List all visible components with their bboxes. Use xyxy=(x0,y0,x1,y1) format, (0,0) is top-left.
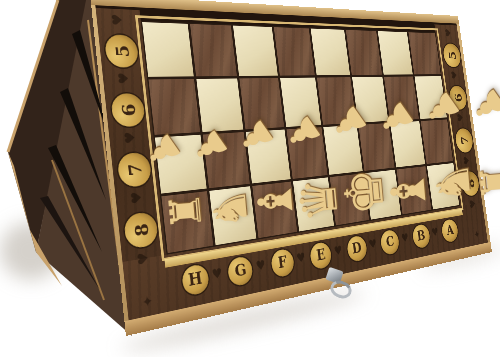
product-photo-chess-set: 55667788HGFEDCBA♥♥♥♥♥♥♥♥♥♥♥♥♥♥♥♥♥✦✦ ♟♟♟♟… xyxy=(0,0,500,357)
carving-right: ♥ xyxy=(450,71,459,80)
corner-carving: ✦ xyxy=(141,293,154,311)
carving-bottom: ♥ xyxy=(211,265,223,282)
piece-lower-rook-8: ♜ xyxy=(474,161,500,202)
carving-bottom: ♥ xyxy=(255,257,266,273)
carving-left: ♥ xyxy=(115,72,131,84)
carving-bottom: ♥ xyxy=(431,225,439,238)
carving-left: ♥ xyxy=(128,191,144,205)
carving-bottom: ♥ xyxy=(296,250,307,265)
carving-right: ♥ xyxy=(444,28,453,37)
carving-bottom: ♥ xyxy=(333,243,343,258)
carving-left: ♥ xyxy=(109,13,125,26)
carving-bottom: ♥ xyxy=(400,231,409,245)
carving-left: ♥ xyxy=(122,131,138,144)
carving-left: ♥ xyxy=(135,251,151,266)
carving-bottom: ♥ xyxy=(368,237,377,251)
